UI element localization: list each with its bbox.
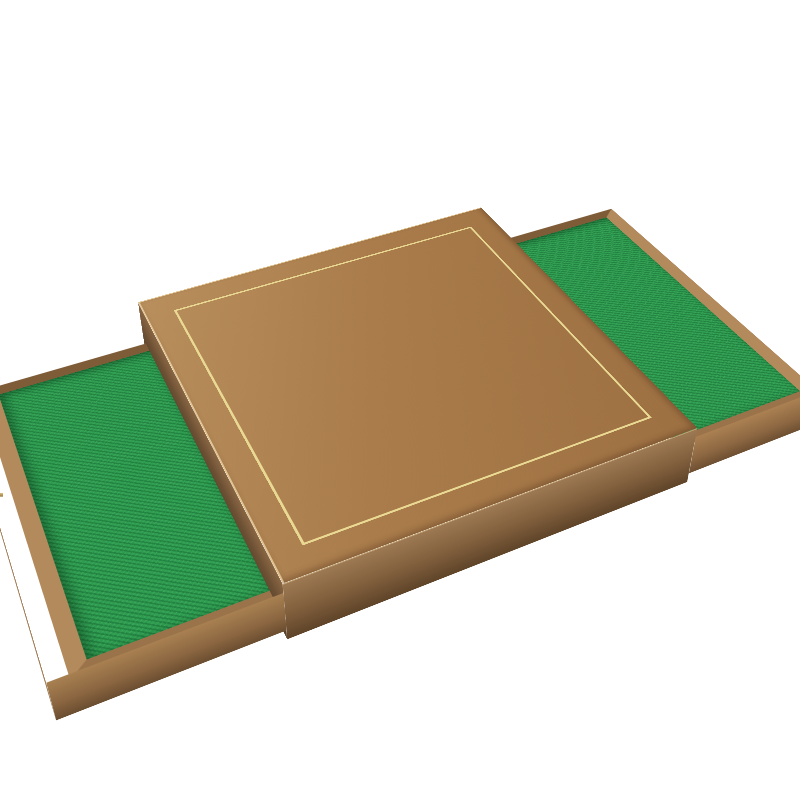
left-drawer-brass-knob-icon [0, 489, 14, 502]
product-photo-scene [0, 0, 800, 800]
knob-stem [0, 493, 13, 497]
